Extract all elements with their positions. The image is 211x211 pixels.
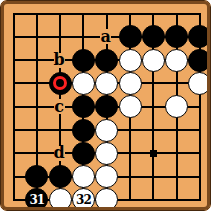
black-stone bbox=[72, 119, 95, 142]
star-point bbox=[150, 150, 157, 157]
move-number-label: 31 bbox=[25, 188, 48, 211]
white-stone bbox=[119, 95, 142, 118]
white-stone bbox=[95, 165, 118, 188]
black-stone bbox=[142, 25, 165, 48]
white-stone bbox=[95, 119, 118, 142]
go-diagram: 3132abcd bbox=[0, 0, 211, 211]
move-number-label: 32 bbox=[72, 188, 95, 211]
point-label-a: a bbox=[100, 29, 111, 44]
black-stone bbox=[95, 49, 118, 72]
white-stone bbox=[165, 95, 188, 118]
white-stone bbox=[142, 49, 165, 72]
white-stone bbox=[49, 188, 72, 211]
black-stone bbox=[119, 25, 142, 48]
black-stone bbox=[165, 25, 188, 48]
black-stone bbox=[95, 95, 118, 118]
point-label-d: d bbox=[54, 146, 65, 161]
white-stone bbox=[119, 49, 142, 72]
black-stone bbox=[72, 142, 95, 165]
white-stone bbox=[188, 72, 211, 95]
black-stone bbox=[188, 49, 211, 72]
white-stone bbox=[72, 72, 95, 95]
white-stone bbox=[95, 72, 118, 95]
white-stone bbox=[72, 165, 95, 188]
black-stone bbox=[188, 25, 211, 48]
point-label-c: c bbox=[54, 99, 65, 114]
black-stone bbox=[49, 165, 72, 188]
go-board: 3132abcd bbox=[0, 0, 211, 211]
white-stone bbox=[165, 49, 188, 72]
white-stone bbox=[95, 142, 118, 165]
black-stone bbox=[72, 95, 95, 118]
white-stone bbox=[119, 72, 142, 95]
white-stone bbox=[95, 188, 118, 211]
black-stone bbox=[72, 49, 95, 72]
black-stone bbox=[25, 165, 48, 188]
point-label-b: b bbox=[54, 53, 65, 68]
